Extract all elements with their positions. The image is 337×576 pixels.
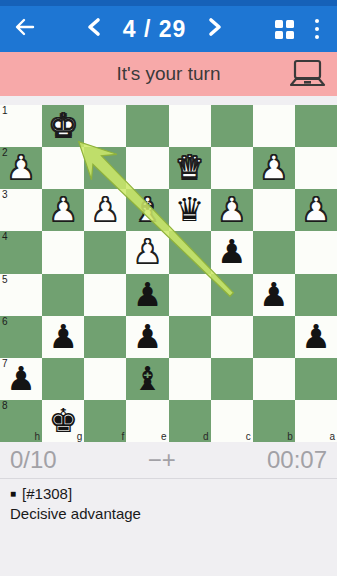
square-g1[interactable]: ♚ — [42, 105, 84, 147]
square-e8[interactable]: e — [126, 400, 168, 442]
square-f8[interactable]: f — [84, 400, 126, 442]
square-g7[interactable] — [42, 358, 84, 400]
prev-puzzle-button[interactable] — [75, 10, 113, 48]
puzzle-id: [#1308] — [22, 485, 72, 503]
puzzle-info-panel: ■ [#1308] Decisive advantage — [0, 479, 337, 576]
app-screen: 4 / 29 It's your turn — [0, 0, 337, 576]
puzzle-id-line: ■ [#1308] — [10, 485, 327, 503]
timer: 00:07 — [267, 446, 327, 474]
score-counter: 0/10 — [10, 446, 57, 474]
chess-board: 1♚2♟♛♟3♟♟♝♛♟♟4♟♟5♟♟6♟♟♟7♟♝8hg♚fedcba — [0, 105, 337, 442]
file-label: b — [287, 431, 293, 442]
turn-banner: It's your turn — [0, 52, 337, 96]
square-e1[interactable] — [126, 105, 168, 147]
spacer — [0, 96, 337, 105]
square-g8[interactable]: g♚ — [42, 400, 84, 442]
square-f7[interactable] — [84, 358, 126, 400]
square-f3[interactable]: ♟ — [84, 189, 126, 231]
square-b4[interactable] — [253, 231, 295, 273]
back-arrow-icon — [13, 15, 37, 43]
rank-label: 7 — [2, 358, 8, 370]
square-f4[interactable] — [84, 231, 126, 273]
square-h8[interactable]: 8h — [0, 400, 42, 442]
square-d7[interactable] — [169, 358, 211, 400]
square-f1[interactable] — [84, 105, 126, 147]
square-d1[interactable] — [169, 105, 211, 147]
more-vertical-icon — [315, 19, 320, 40]
white-king: ♚ — [48, 105, 78, 147]
black-pawn: ♟ — [301, 316, 331, 358]
white-pawn: ♟ — [91, 189, 121, 231]
black-pawn: ♟ — [259, 274, 289, 316]
black-to-move-icon: ■ — [10, 485, 16, 503]
back-button[interactable] — [6, 10, 44, 48]
white-pawn: ♟ — [133, 231, 163, 273]
square-d6[interactable] — [169, 316, 211, 358]
square-h3[interactable]: 3 — [0, 189, 42, 231]
square-e6[interactable]: ♟ — [126, 316, 168, 358]
app-bar: 4 / 29 — [0, 6, 337, 52]
square-g6[interactable]: ♟ — [42, 316, 84, 358]
puzzle-list-button[interactable] — [265, 10, 303, 48]
square-a1[interactable] — [295, 105, 337, 147]
square-c7[interactable] — [211, 358, 253, 400]
square-g2[interactable] — [42, 147, 84, 189]
black-pawn: ♟ — [133, 274, 163, 316]
engine-laptop-icon[interactable] — [287, 57, 327, 97]
square-c6[interactable] — [211, 316, 253, 358]
black-queen: ♛ — [175, 189, 205, 231]
overflow-menu-button[interactable] — [303, 10, 331, 48]
square-e4[interactable]: ♟ — [126, 231, 168, 273]
chevron-left-icon — [83, 15, 105, 43]
square-d8[interactable]: d — [169, 400, 211, 442]
puzzle-assessment: Decisive advantage — [10, 504, 327, 523]
white-queen: ♛ — [175, 147, 205, 189]
rank-label: 2 — [2, 147, 8, 159]
white-pawn: ♟ — [217, 189, 247, 231]
square-f5[interactable] — [84, 274, 126, 316]
square-h5[interactable]: 5 — [0, 274, 42, 316]
square-d2[interactable]: ♛ — [169, 147, 211, 189]
square-a2[interactable] — [295, 147, 337, 189]
rank-label: 1 — [2, 105, 8, 117]
black-pawn: ♟ — [6, 358, 36, 400]
square-b7[interactable] — [253, 358, 295, 400]
square-c2[interactable] — [211, 147, 253, 189]
bottom-status-bar: 0/10 −+ 00:07 — [0, 442, 337, 478]
square-a6[interactable]: ♟ — [295, 316, 337, 358]
square-a4[interactable] — [295, 231, 337, 273]
square-c5[interactable] — [211, 274, 253, 316]
square-b8[interactable]: b — [253, 400, 295, 442]
square-b5[interactable]: ♟ — [253, 274, 295, 316]
square-h4[interactable]: 4 — [0, 231, 42, 273]
white-pawn: ♟ — [6, 147, 36, 189]
grid-icon — [275, 20, 294, 39]
square-a5[interactable] — [295, 274, 337, 316]
square-c3[interactable]: ♟ — [211, 189, 253, 231]
square-h6[interactable]: 6 — [0, 316, 42, 358]
board-grid: 1♚2♟♛♟3♟♟♝♛♟♟4♟♟5♟♟6♟♟♟7♟♝8hg♚fedcba — [0, 105, 337, 442]
file-label: e — [161, 431, 167, 442]
puzzle-position-label: 4 / 29 — [123, 16, 187, 43]
file-label: d — [203, 431, 209, 442]
square-h7[interactable]: 7♟ — [0, 358, 42, 400]
evaluation-label: −+ — [57, 446, 267, 474]
rank-label: 8 — [2, 400, 8, 412]
square-c4[interactable]: ♟ — [211, 231, 253, 273]
square-f2[interactable] — [84, 147, 126, 189]
square-e7[interactable]: ♝ — [126, 358, 168, 400]
white-pawn: ♟ — [48, 189, 78, 231]
rank-label: 6 — [2, 316, 8, 328]
square-d5[interactable] — [169, 274, 211, 316]
next-puzzle-button[interactable] — [196, 10, 234, 48]
rank-label: 5 — [2, 274, 8, 286]
square-b1[interactable] — [253, 105, 295, 147]
square-e5[interactable]: ♟ — [126, 274, 168, 316]
white-pawn: ♟ — [301, 189, 331, 231]
square-g4[interactable] — [42, 231, 84, 273]
square-g5[interactable] — [42, 274, 84, 316]
black-pawn: ♟ — [133, 316, 163, 358]
black-bishop: ♝ — [133, 358, 163, 400]
square-c8[interactable]: c — [211, 400, 253, 442]
file-label: h — [35, 431, 41, 442]
white-bishop: ♝ — [133, 189, 163, 231]
square-d4[interactable] — [169, 231, 211, 273]
rank-label: 4 — [2, 231, 8, 243]
square-f6[interactable] — [84, 316, 126, 358]
square-e2[interactable] — [126, 147, 168, 189]
square-d3[interactable]: ♛ — [169, 189, 211, 231]
square-e3[interactable]: ♝ — [126, 189, 168, 231]
file-label: c — [246, 431, 251, 442]
puzzle-navigator: 4 / 29 — [44, 10, 265, 48]
square-c1[interactable] — [211, 105, 253, 147]
black-pawn: ♟ — [48, 316, 78, 358]
square-g3[interactable]: ♟ — [42, 189, 84, 231]
square-b3[interactable] — [253, 189, 295, 231]
file-label: g — [77, 431, 83, 442]
black-pawn: ♟ — [217, 231, 247, 273]
square-a8[interactable]: a — [295, 400, 337, 442]
square-b2[interactable]: ♟ — [253, 147, 295, 189]
white-pawn: ♟ — [259, 147, 289, 189]
turn-banner-text: It's your turn — [117, 63, 221, 85]
rank-label: 3 — [2, 189, 8, 201]
square-a7[interactable] — [295, 358, 337, 400]
square-h2[interactable]: 2♟ — [0, 147, 42, 189]
square-h1[interactable]: 1 — [0, 105, 42, 147]
square-a3[interactable]: ♟ — [295, 189, 337, 231]
file-label: f — [122, 431, 125, 442]
chevron-right-icon — [204, 15, 226, 43]
file-label: a — [329, 431, 335, 442]
square-b6[interactable] — [253, 316, 295, 358]
black-king: ♚ — [48, 400, 78, 442]
